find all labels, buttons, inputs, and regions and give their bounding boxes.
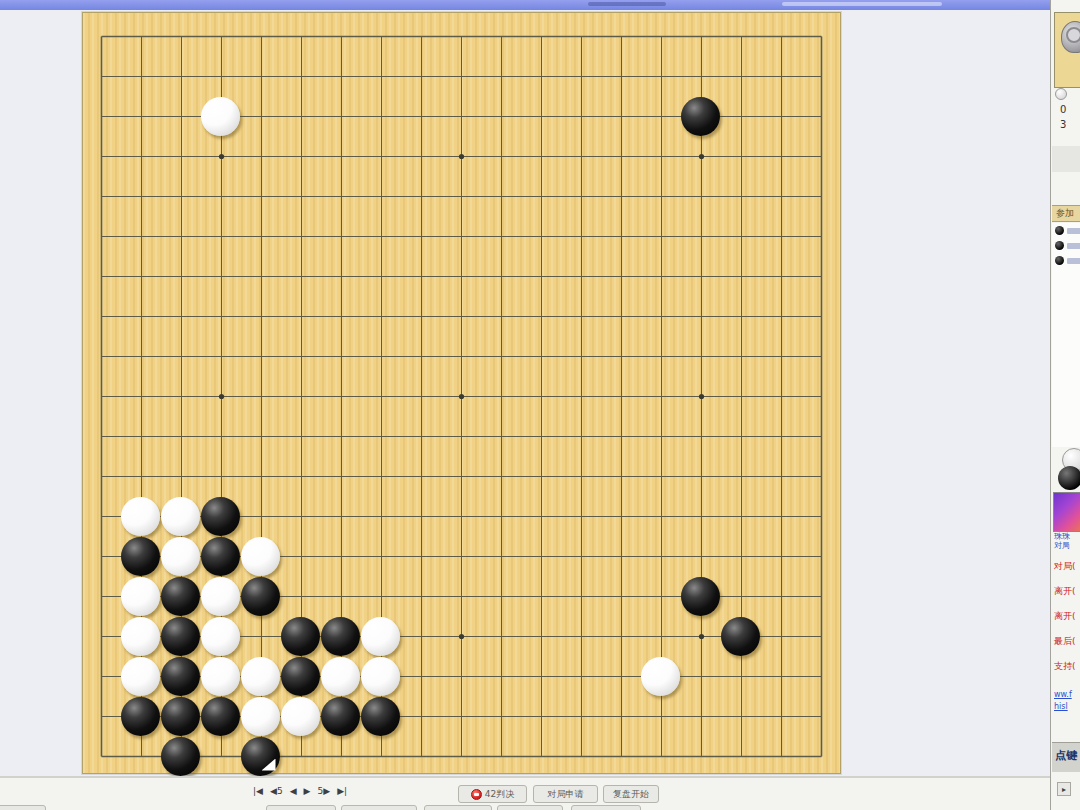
red-circle-icon bbox=[471, 789, 482, 800]
url-link[interactable]: ww.f bbox=[1054, 690, 1072, 699]
white-stone bbox=[201, 97, 240, 136]
player-avatar bbox=[1053, 492, 1080, 532]
white-stone bbox=[241, 537, 280, 576]
black-stone bbox=[681, 97, 720, 136]
capture-row bbox=[1055, 88, 1067, 100]
white-stone bbox=[281, 697, 320, 736]
black-stone bbox=[321, 697, 360, 736]
participant-name-clipped bbox=[1067, 243, 1080, 249]
nav-back-button[interactable]: ◀ bbox=[290, 786, 297, 796]
stone-icon bbox=[1055, 241, 1064, 250]
judge-button[interactable]: 42判决 bbox=[458, 785, 527, 803]
divider-strip bbox=[1052, 146, 1080, 172]
participant-name-clipped bbox=[1067, 228, 1080, 234]
black-stone bbox=[161, 657, 200, 696]
black-stone bbox=[161, 737, 200, 776]
white-stone bbox=[241, 657, 280, 696]
participant-row[interactable] bbox=[1052, 253, 1080, 268]
clipped-toolbar-button[interactable] bbox=[424, 805, 492, 810]
clipped-toolbar-button[interactable] bbox=[266, 805, 336, 810]
black-stone bbox=[361, 697, 400, 736]
last-move-marker bbox=[262, 759, 276, 771]
review-start-button[interactable]: 复盘开始 bbox=[603, 785, 659, 803]
black-stone bbox=[201, 697, 240, 736]
right-sidebar: 0 3 参加 点键 ▸ 珠珠对局对局(离开(离开(最后(支持(ww.fhisl bbox=[1050, 0, 1080, 810]
black-player-stone-icon bbox=[1058, 466, 1080, 490]
black-stone bbox=[201, 497, 240, 536]
clipped-toolbar-button[interactable] bbox=[571, 805, 641, 810]
white-stone bbox=[201, 657, 240, 696]
black-stone bbox=[121, 697, 160, 736]
black-stone bbox=[161, 697, 200, 736]
red-message-text: 支持( bbox=[1054, 660, 1076, 673]
red-message-text: 最后( bbox=[1054, 635, 1076, 648]
black-stone bbox=[161, 577, 200, 616]
app-window: |◀◀5◀▶5▶▶| 42判决 对局申请 复盘开始 0 3 参加 点键 ▸ bbox=[0, 0, 1080, 810]
black-stone bbox=[681, 577, 720, 616]
capture-count: 0 bbox=[1060, 104, 1066, 115]
white-stone bbox=[121, 657, 160, 696]
status-banner: 点键 bbox=[1052, 742, 1080, 772]
stone-icon bbox=[1055, 226, 1064, 235]
window-title-bar[interactable] bbox=[0, 0, 1080, 10]
red-message-text: 对局( bbox=[1054, 560, 1076, 573]
white-stone bbox=[201, 577, 240, 616]
black-stone bbox=[721, 617, 760, 656]
scroll-arrow-button[interactable]: ▸ bbox=[1057, 782, 1071, 796]
black-stone bbox=[201, 537, 240, 576]
review-start-label: 复盘开始 bbox=[613, 788, 649, 801]
white-stone bbox=[361, 617, 400, 656]
capture-count: 3 bbox=[1060, 119, 1066, 130]
white-stone-icon bbox=[1055, 88, 1067, 100]
black-stone bbox=[161, 617, 200, 656]
red-message-text: 离开( bbox=[1054, 610, 1076, 623]
participant-row[interactable] bbox=[1052, 238, 1080, 253]
judge-button-label: 42判决 bbox=[485, 788, 514, 801]
go-board[interactable] bbox=[82, 12, 841, 774]
white-stone bbox=[241, 697, 280, 736]
titlebar-text-remnant bbox=[782, 2, 942, 6]
stone-icon bbox=[1055, 256, 1064, 265]
nav-fwd5-button[interactable]: 5▶ bbox=[317, 786, 330, 796]
white-stone bbox=[121, 497, 160, 536]
white-stone bbox=[121, 577, 160, 616]
black-stone bbox=[241, 577, 280, 616]
blue-link-text: 对局 bbox=[1054, 540, 1070, 551]
move-navigation-bar: |◀◀5◀▶5▶▶| bbox=[253, 786, 354, 796]
black-stone bbox=[241, 737, 280, 776]
bottom-toolbar: |◀◀5◀▶5▶▶| 42判决 对局申请 复盘开始 bbox=[0, 776, 1051, 810]
nav-back5-button[interactable]: ◀5 bbox=[270, 786, 283, 796]
nav-first-button[interactable]: |◀ bbox=[253, 786, 263, 796]
participants-list[interactable] bbox=[1052, 223, 1080, 447]
game-info-box bbox=[1054, 12, 1080, 88]
red-message-text: 离开( bbox=[1054, 585, 1076, 598]
black-stone bbox=[281, 657, 320, 696]
black-stone bbox=[321, 617, 360, 656]
nav-forward-button[interactable]: ▶ bbox=[304, 786, 311, 796]
clipped-toolbar-button[interactable] bbox=[497, 805, 563, 810]
go-board-grid[interactable] bbox=[80, 16, 840, 776]
white-stone bbox=[321, 657, 360, 696]
black-stone bbox=[281, 617, 320, 656]
titlebar-text-remnant bbox=[588, 2, 666, 6]
url-link[interactable]: hisl bbox=[1054, 702, 1068, 711]
participant-name-clipped bbox=[1067, 258, 1080, 264]
white-stone bbox=[161, 537, 200, 576]
nav-last-button[interactable]: ▶| bbox=[337, 786, 347, 796]
white-stone bbox=[161, 497, 200, 536]
game-request-label: 对局申请 bbox=[548, 788, 584, 801]
white-stone bbox=[201, 617, 240, 656]
white-stone bbox=[361, 657, 400, 696]
participant-row[interactable] bbox=[1052, 223, 1080, 238]
clipped-toolbar-button[interactable] bbox=[341, 805, 417, 810]
white-stone bbox=[641, 657, 680, 696]
white-stone bbox=[121, 617, 160, 656]
clipped-toolbar-button[interactable] bbox=[0, 805, 46, 810]
black-stone bbox=[121, 537, 160, 576]
participants-header: 参加 bbox=[1052, 205, 1080, 222]
stone-bowl-icon bbox=[1061, 21, 1080, 53]
game-request-button[interactable]: 对局申请 bbox=[533, 785, 598, 803]
